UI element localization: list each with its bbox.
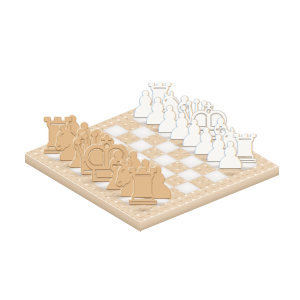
piece-white-pawn: ♟: [214, 138, 247, 175]
chess-set-product-photo: ♜♟♞♟♝♟♛♟♚♟♟♝♜♟♟♞♞♟♟♜♝♟♟♛♟♚♟♝♟♞♟♜: [0, 0, 300, 300]
piece-beige-rook: ♜: [121, 163, 164, 211]
